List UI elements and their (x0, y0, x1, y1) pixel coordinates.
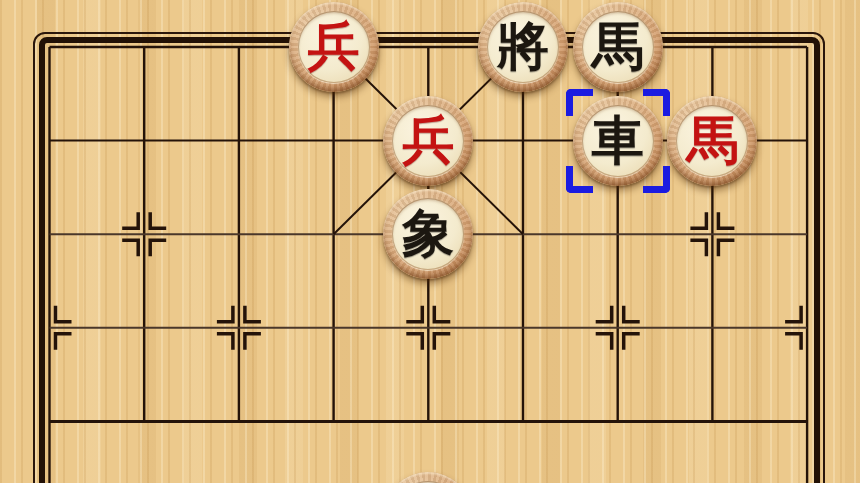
piece-black-elephant[interactable]: 象 (383, 189, 473, 279)
piece-face: 象 (392, 198, 464, 270)
red-horse-glyph: 馬 (686, 114, 738, 166)
piece-partial-piece-bottom-edge[interactable] (383, 472, 473, 483)
piece-red-soldier[interactable]: 兵 (383, 96, 473, 186)
black-elephant-glyph: 象 (402, 207, 454, 259)
red-soldier-glyph: 兵 (402, 114, 454, 166)
red-soldier-glyph: 兵 (308, 20, 360, 72)
piece-black-general[interactable]: 將 (478, 2, 568, 92)
piece-black-chariot[interactable]: 車 (573, 96, 663, 186)
pieces-layer: 兵將馬兵車馬象 (0, 0, 860, 483)
piece-black-horse[interactable]: 馬 (573, 2, 663, 92)
piece-red-soldier[interactable]: 兵 (289, 2, 379, 92)
piece-face: 馬 (582, 11, 654, 83)
xiangqi-board: 兵將馬兵車馬象 (0, 0, 860, 483)
black-chariot-glyph: 車 (592, 114, 644, 166)
piece-face: 將 (487, 11, 559, 83)
piece-face: 馬 (676, 105, 748, 177)
piece-face: 兵 (298, 11, 370, 83)
piece-face: 車 (582, 105, 654, 177)
piece-red-horse[interactable]: 馬 (667, 96, 757, 186)
black-horse-glyph: 馬 (592, 20, 644, 72)
black-general-glyph: 將 (497, 20, 549, 72)
piece-face: 兵 (392, 105, 464, 177)
